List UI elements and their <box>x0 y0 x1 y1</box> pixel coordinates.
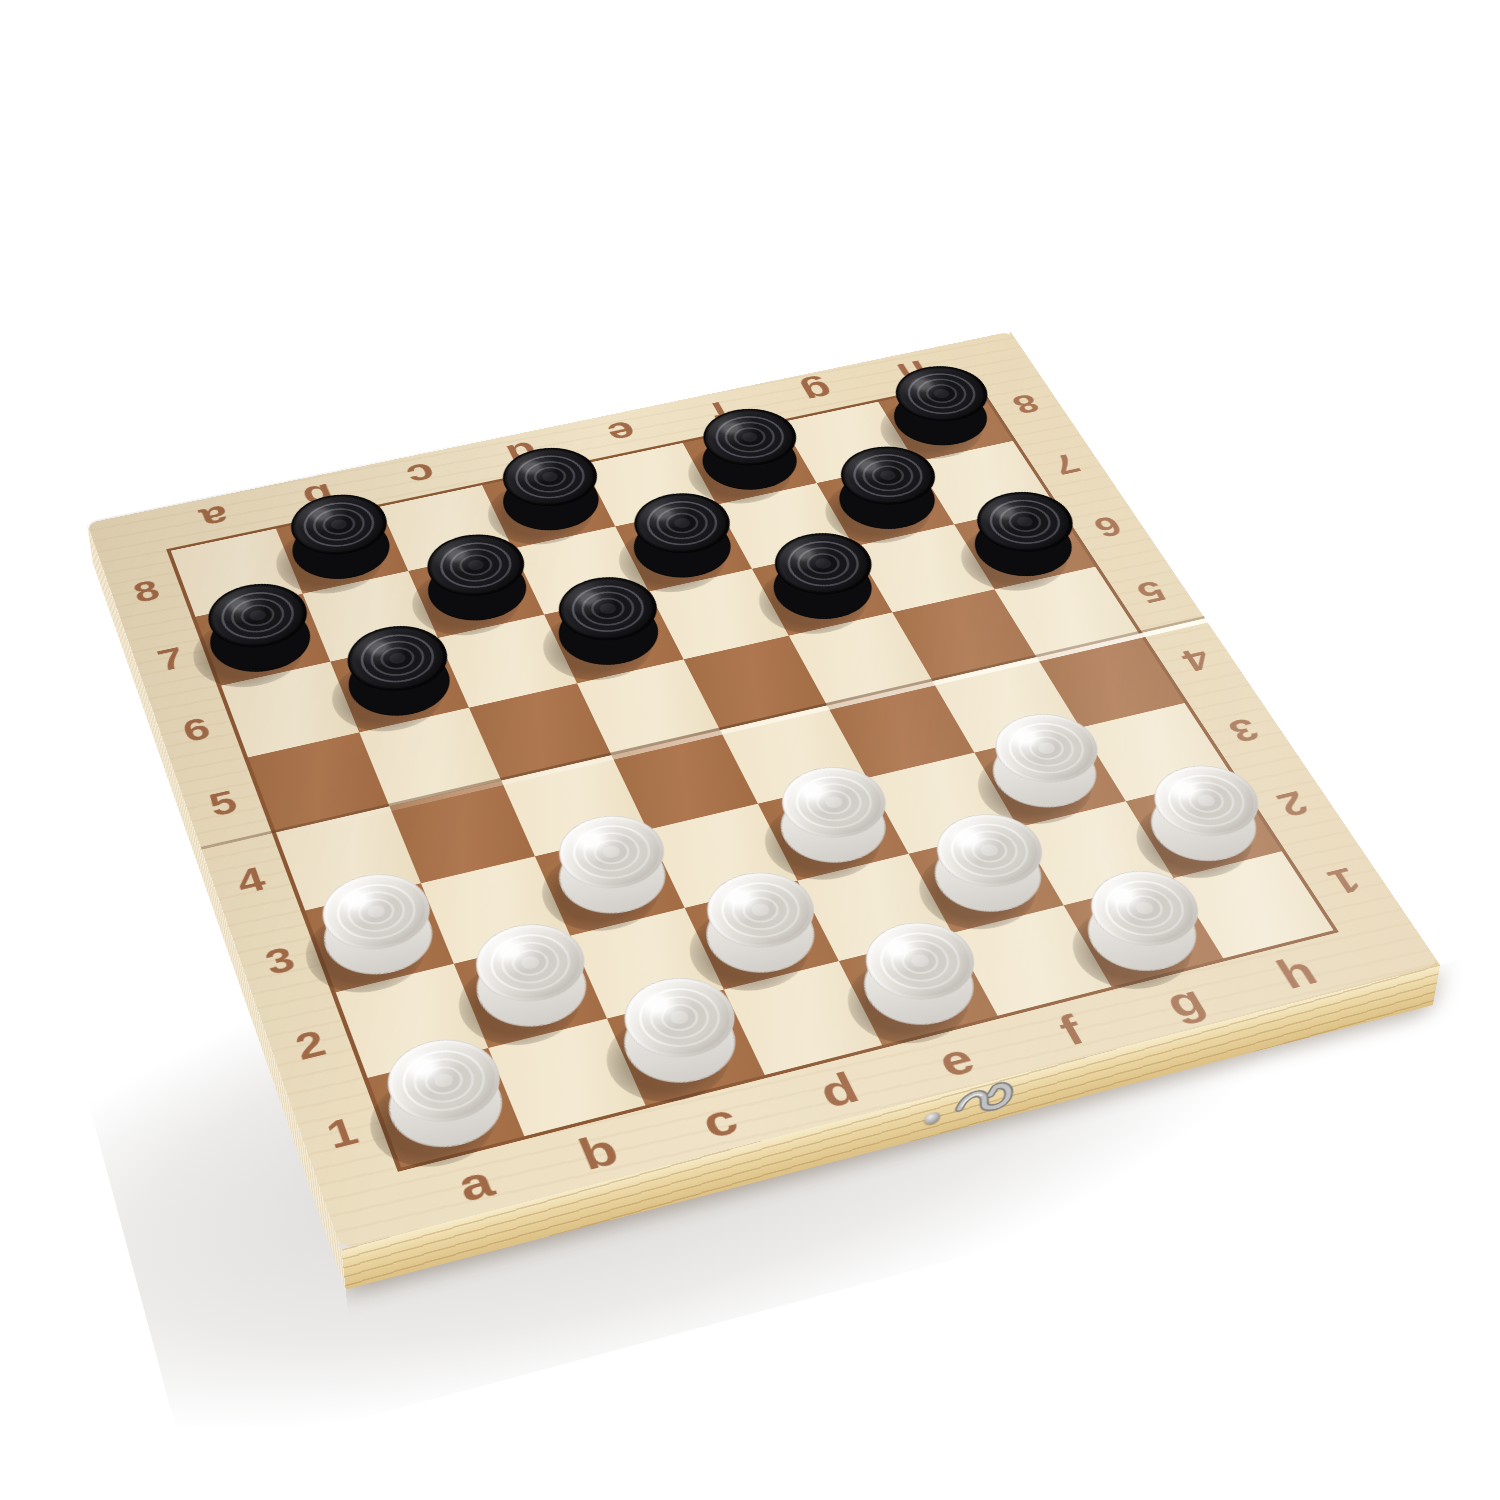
file-label-far-e: e <box>601 414 643 451</box>
rank-label-right-1: 1 <box>1320 859 1369 902</box>
square-b4[interactable] <box>389 780 535 883</box>
rank-label-right-7: 7 <box>1046 447 1087 481</box>
rank-label-left-8: 8 <box>129 573 164 610</box>
file-label-far-c: c <box>401 456 442 494</box>
rank-label-right-4: 4 <box>1174 641 1219 679</box>
product-photo: aabbccddeeffgghh1122334455667788 <box>0 0 1500 1500</box>
file-label-near-a: a <box>450 1155 501 1212</box>
rank-label-right-6: 6 <box>1087 509 1129 544</box>
square-a5[interactable] <box>248 732 389 832</box>
file-label-near-c: c <box>693 1093 745 1148</box>
rank-label-left-5: 5 <box>204 783 242 824</box>
file-label-near-f: f <box>1050 1006 1093 1055</box>
rank-label-left-4: 4 <box>231 859 271 902</box>
rank-label-left-7: 7 <box>153 640 189 678</box>
file-label-near-d: d <box>811 1063 867 1118</box>
checker-white-a3[interactable] <box>314 891 444 987</box>
latch-screw-icon <box>925 1110 941 1125</box>
file-label-far-g: g <box>795 374 840 410</box>
rank-label-right-8: 8 <box>1006 388 1046 421</box>
rank-label-left-3: 3 <box>260 938 301 983</box>
rank-label-right-3: 3 <box>1221 711 1267 751</box>
rank-label-left-6: 6 <box>178 710 215 750</box>
file-label-near-e: e <box>929 1033 983 1086</box>
file-label-near-h: h <box>1267 947 1326 998</box>
rank-label-left-1: 1 <box>321 1108 364 1158</box>
rank-label-right-5: 5 <box>1130 574 1174 611</box>
rank-label-right-2: 2 <box>1269 783 1317 824</box>
file-label-far-a: a <box>195 498 235 537</box>
square-d4[interactable] <box>611 730 757 830</box>
rank-label-left-2: 2 <box>289 1021 331 1068</box>
file-label-near-b: b <box>571 1124 625 1181</box>
